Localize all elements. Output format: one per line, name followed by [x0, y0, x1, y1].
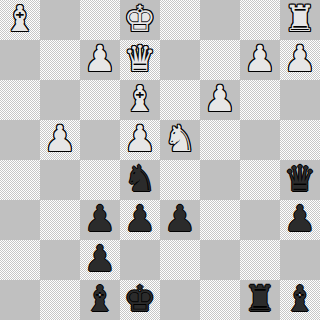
square-h7[interactable]: ♟: [280, 40, 320, 80]
square-g5[interactable]: [240, 120, 280, 160]
square-c2[interactable]: ♟: [80, 240, 120, 280]
square-b8[interactable]: [40, 0, 80, 40]
square-e5[interactable]: ♞: [160, 120, 200, 160]
white-pawn: ♟: [124, 120, 156, 159]
white-king: ♚: [124, 0, 156, 39]
black-rook: ♜: [244, 280, 276, 319]
square-e3[interactable]: ♟: [160, 200, 200, 240]
black-bishop: ♝: [84, 280, 116, 319]
white-rook: ♜: [284, 0, 316, 39]
square-d8[interactable]: ♚: [120, 0, 160, 40]
square-a3[interactable]: [0, 200, 40, 240]
square-d1[interactable]: ♚: [120, 280, 160, 320]
square-d5[interactable]: ♟: [120, 120, 160, 160]
square-e7[interactable]: [160, 40, 200, 80]
square-c5[interactable]: [80, 120, 120, 160]
square-f2[interactable]: [200, 240, 240, 280]
square-b2[interactable]: [40, 240, 80, 280]
square-g8[interactable]: [240, 0, 280, 40]
square-f4[interactable]: [200, 160, 240, 200]
square-b7[interactable]: [40, 40, 80, 80]
square-d7[interactable]: ♛: [120, 40, 160, 80]
square-a5[interactable]: [0, 120, 40, 160]
white-pawn: ♟: [44, 120, 76, 159]
square-b4[interactable]: [40, 160, 80, 200]
black-knight: ♞: [124, 160, 156, 199]
square-a1[interactable]: [0, 280, 40, 320]
square-f1[interactable]: [200, 280, 240, 320]
square-f7[interactable]: [200, 40, 240, 80]
square-g2[interactable]: [240, 240, 280, 280]
black-king: ♚: [124, 280, 156, 319]
square-f6[interactable]: ♟: [200, 80, 240, 120]
square-c3[interactable]: ♟: [80, 200, 120, 240]
square-g7[interactable]: ♟: [240, 40, 280, 80]
square-a4[interactable]: [0, 160, 40, 200]
black-bishop: ♝: [284, 280, 316, 319]
square-e8[interactable]: [160, 0, 200, 40]
square-a8[interactable]: ♝: [0, 0, 40, 40]
black-pawn: ♟: [84, 240, 116, 279]
square-c4[interactable]: [80, 160, 120, 200]
square-b6[interactable]: [40, 80, 80, 120]
square-g1[interactable]: ♜: [240, 280, 280, 320]
square-h1[interactable]: ♝: [280, 280, 320, 320]
square-c8[interactable]: [80, 0, 120, 40]
square-a2[interactable]: [0, 240, 40, 280]
square-h4[interactable]: ♛: [280, 160, 320, 200]
square-h3[interactable]: ♟: [280, 200, 320, 240]
black-queen: ♛: [284, 160, 316, 199]
square-d2[interactable]: [120, 240, 160, 280]
white-pawn: ♟: [284, 40, 316, 79]
black-pawn: ♟: [164, 200, 196, 239]
square-f5[interactable]: [200, 120, 240, 160]
square-c6[interactable]: [80, 80, 120, 120]
square-h2[interactable]: [280, 240, 320, 280]
square-h6[interactable]: [280, 80, 320, 120]
black-pawn: ♟: [124, 200, 156, 239]
square-e6[interactable]: [160, 80, 200, 120]
square-d4[interactable]: ♞: [120, 160, 160, 200]
chess-board: ♝♚♜♟♛♟♟♝♟♟♟♞♞♛♟♟♟♟♟♝♚♜♝: [0, 0, 320, 320]
square-e4[interactable]: [160, 160, 200, 200]
square-a7[interactable]: [0, 40, 40, 80]
square-h8[interactable]: ♜: [280, 0, 320, 40]
square-c7[interactable]: ♟: [80, 40, 120, 80]
white-knight: ♞: [164, 120, 196, 159]
square-g4[interactable]: [240, 160, 280, 200]
square-d6[interactable]: ♝: [120, 80, 160, 120]
square-e2[interactable]: [160, 240, 200, 280]
black-pawn: ♟: [84, 200, 116, 239]
square-b1[interactable]: [40, 280, 80, 320]
white-bishop: ♝: [4, 0, 36, 39]
square-b3[interactable]: [40, 200, 80, 240]
square-g6[interactable]: [240, 80, 280, 120]
square-b5[interactable]: ♟: [40, 120, 80, 160]
square-d3[interactable]: ♟: [120, 200, 160, 240]
black-pawn: ♟: [284, 200, 316, 239]
square-e1[interactable]: [160, 280, 200, 320]
square-f3[interactable]: [200, 200, 240, 240]
white-queen: ♛: [124, 40, 156, 79]
square-g3[interactable]: [240, 200, 280, 240]
square-h5[interactable]: [280, 120, 320, 160]
white-pawn: ♟: [204, 80, 236, 119]
square-c1[interactable]: ♝: [80, 280, 120, 320]
square-a6[interactable]: [0, 80, 40, 120]
white-bishop: ♝: [124, 80, 156, 119]
square-f8[interactable]: [200, 0, 240, 40]
white-pawn: ♟: [244, 40, 276, 79]
white-pawn: ♟: [84, 40, 116, 79]
